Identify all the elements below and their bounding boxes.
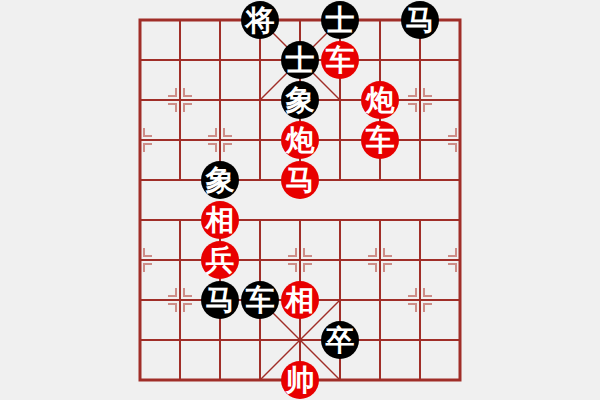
piece-black-soldier[interactable]: 卒 [321, 321, 359, 359]
piece-black-horse[interactable]: 马 [401, 1, 439, 39]
xiangqi-board: 将士马士车象炮炮车象马相兵马车相卒帅 [140, 20, 460, 380]
piece-red-cannon[interactable]: 炮 [361, 81, 399, 119]
piece-black-advisor[interactable]: 士 [321, 1, 359, 39]
piece-black-chariot[interactable]: 车 [241, 281, 279, 319]
xiangqi-screenshot: 将士马士车象炮炮车象马相兵马车相卒帅 [0, 0, 600, 400]
piece-red-horse[interactable]: 马 [281, 161, 319, 199]
piece-black-advisor[interactable]: 士 [281, 41, 319, 79]
piece-red-cannon[interactable]: 炮 [281, 121, 319, 159]
piece-black-elephant[interactable]: 象 [201, 161, 239, 199]
piece-red-soldier[interactable]: 兵 [201, 241, 239, 279]
piece-red-chariot[interactable]: 车 [361, 121, 399, 159]
piece-black-elephant[interactable]: 象 [281, 81, 319, 119]
piece-red-elephant[interactable]: 相 [281, 281, 319, 319]
piece-black-general[interactable]: 将 [241, 1, 279, 39]
piece-black-horse[interactable]: 马 [201, 281, 239, 319]
piece-red-general[interactable]: 帅 [281, 361, 319, 399]
piece-red-elephant[interactable]: 相 [201, 201, 239, 239]
piece-red-chariot[interactable]: 车 [321, 41, 359, 79]
